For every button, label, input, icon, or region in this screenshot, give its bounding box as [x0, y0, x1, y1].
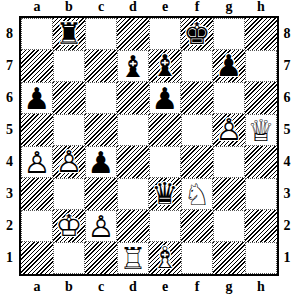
square-c6[interactable] [85, 82, 117, 114]
file-labels-top: abcdefgh [21, 0, 277, 15]
piece-glyph: ♕ [246, 115, 276, 145]
square-h2[interactable] [245, 210, 277, 242]
file-label-bottom-b: b [53, 277, 85, 295]
file-label-bottom-h: h [245, 277, 277, 295]
square-a2[interactable] [21, 210, 53, 242]
rank-label-left-1: 1 [0, 242, 19, 274]
file-label-bottom-e: e [149, 277, 181, 295]
square-b5[interactable] [53, 114, 85, 146]
piece-glyph: ♗ [149, 242, 181, 274]
square-a4[interactable]: ♟♙ [21, 146, 53, 178]
square-g3[interactable] [213, 178, 245, 210]
square-e3[interactable]: ♛♛ [149, 178, 181, 210]
piece-glyph: ♚ [181, 18, 213, 50]
square-e4[interactable] [149, 146, 181, 178]
file-label-bottom-f: f [181, 277, 213, 295]
piece-glyph: ♝ [149, 50, 181, 82]
square-d4[interactable] [117, 146, 149, 178]
piece-glyph: ♛ [149, 178, 181, 210]
square-f7[interactable] [181, 50, 213, 82]
square-a5[interactable] [21, 114, 53, 146]
file-label-top-a: a [21, 0, 53, 16]
file-labels-bottom: abcdefgh [21, 277, 277, 295]
rank-label-left-5: 5 [0, 114, 19, 146]
square-f3[interactable]: ♞♘ [181, 178, 213, 210]
black-pawn-a6[interactable]: ♟♟ [22, 83, 52, 113]
square-e2[interactable] [149, 210, 181, 242]
square-h7[interactable] [245, 50, 277, 82]
piece-glyph: ♟ [213, 50, 245, 82]
square-g4[interactable] [213, 146, 245, 178]
rank-label-left-6: 6 [0, 82, 19, 114]
piece-glyph: ♙ [53, 146, 85, 178]
square-g8[interactable] [213, 18, 245, 50]
black-bishop-d7[interactable]: ♝♝ [118, 51, 148, 81]
square-a7[interactable] [21, 50, 53, 82]
square-f6[interactable] [181, 82, 213, 114]
file-label-top-c: c [85, 0, 117, 16]
rank-label-left-7: 7 [0, 50, 19, 82]
file-label-top-f: f [181, 0, 213, 16]
black-bishop-e7[interactable]: ♝♝ [149, 50, 181, 82]
square-f2[interactable] [181, 210, 213, 242]
rank-label-left-2: 2 [0, 210, 19, 242]
piece-glyph: ♘ [182, 179, 212, 209]
square-g6[interactable] [213, 82, 245, 114]
square-b2[interactable]: ♚♔ [53, 210, 85, 242]
black-king-f8[interactable]: ♚♚ [181, 18, 213, 50]
file-label-top-e: e [149, 0, 181, 16]
square-b6[interactable] [53, 82, 85, 114]
rank-label-right-8: 8 [279, 18, 295, 50]
rank-label-right-2: 2 [279, 210, 295, 242]
square-e6[interactable]: ♟♟ [149, 82, 181, 114]
square-h4[interactable] [245, 146, 277, 178]
square-f8[interactable]: ♚♚ [181, 18, 213, 50]
piece-glyph: ♔ [53, 210, 85, 242]
file-label-bottom-a: a [21, 277, 53, 295]
square-e5[interactable] [149, 114, 181, 146]
square-d3[interactable] [117, 178, 149, 210]
square-g2[interactable] [213, 210, 245, 242]
piece-glyph: ♟ [150, 83, 180, 113]
white-bishop-e1[interactable]: ♝♗ [149, 242, 181, 274]
file-label-bottom-c: c [85, 277, 117, 295]
square-d2[interactable] [117, 210, 149, 242]
black-queen-e3[interactable]: ♛♛ [149, 178, 181, 210]
black-rook-b8[interactable]: ♜♜ [53, 18, 85, 50]
square-c8[interactable] [85, 18, 117, 50]
square-f1[interactable] [181, 242, 213, 274]
file-label-top-b: b [53, 0, 85, 16]
square-b4[interactable]: ♟♙ [53, 146, 85, 178]
square-d1[interactable]: ♜♖ [117, 242, 149, 274]
square-c1[interactable] [85, 242, 117, 274]
white-queen-h5[interactable]: ♛♕ [246, 115, 276, 145]
square-d5[interactable] [117, 114, 149, 146]
square-h1[interactable] [245, 242, 277, 274]
white-rook-d1[interactable]: ♜♖ [118, 243, 148, 273]
square-c2[interactable]: ♟♙ [85, 210, 117, 242]
square-b7[interactable] [53, 50, 85, 82]
file-label-top-d: d [117, 0, 149, 16]
square-h8[interactable] [245, 18, 277, 50]
rank-label-right-1: 1 [279, 242, 295, 274]
piece-glyph: ♖ [118, 243, 148, 273]
piece-glyph: ♜ [53, 18, 85, 50]
square-c4[interactable]: ♟♟ [85, 146, 117, 178]
square-a6[interactable]: ♟♟ [21, 82, 53, 114]
square-g7[interactable]: ♟♟ [213, 50, 245, 82]
square-h5[interactable]: ♛♕ [245, 114, 277, 146]
rank-label-left-3: 3 [0, 178, 19, 210]
square-f4[interactable] [181, 146, 213, 178]
white-pawn-g5[interactable]: ♟♙ [213, 114, 245, 146]
black-pawn-e6[interactable]: ♟♟ [150, 83, 180, 113]
square-d8[interactable] [117, 18, 149, 50]
rank-labels-right: 87654321 [279, 18, 295, 274]
rank-label-right-6: 6 [279, 82, 295, 114]
rank-label-right-7: 7 [279, 50, 295, 82]
rank-labels-left: 87654321 [0, 18, 19, 274]
square-b1[interactable] [53, 242, 85, 274]
square-g1[interactable] [213, 242, 245, 274]
white-pawn-a4[interactable]: ♟♙ [22, 147, 52, 177]
file-label-bottom-d: d [117, 277, 149, 295]
rank-label-right-4: 4 [279, 146, 295, 178]
square-a8[interactable] [21, 18, 53, 50]
square-f5[interactable] [181, 114, 213, 146]
square-c3[interactable] [85, 178, 117, 210]
square-e1[interactable]: ♝♗ [149, 242, 181, 274]
chess-board: ♜♜♚♚♝♝♝♝♟♟♟♟♟♟♟♙♛♕♟♙♟♙♟♟♛♛♞♘♚♔♟♙♜♖♝♗ [19, 16, 279, 276]
rank-label-right-5: 5 [279, 114, 295, 146]
square-a1[interactable] [21, 242, 53, 274]
square-e7[interactable]: ♝♝ [149, 50, 181, 82]
square-g5[interactable]: ♟♙ [213, 114, 245, 146]
white-pawn-b4[interactable]: ♟♙ [53, 146, 85, 178]
piece-glyph: ♟ [22, 83, 52, 113]
square-c5[interactable] [85, 114, 117, 146]
white-king-b2[interactable]: ♚♔ [53, 210, 85, 242]
square-d6[interactable] [117, 82, 149, 114]
piece-glyph: ♙ [22, 147, 52, 177]
piece-glyph: ♝ [118, 51, 148, 81]
chess-diagram: abcdefgh 87654321 ♜♜♚♚♝♝♝♝♟♟♟♟♟♟♟♙♛♕♟♙♟♙… [0, 0, 295, 295]
square-c7[interactable] [85, 50, 117, 82]
piece-glyph: ♙ [213, 114, 245, 146]
white-pawn-c2[interactable]: ♟♙ [86, 211, 116, 241]
file-label-top-h: h [245, 0, 277, 16]
piece-glyph: ♟ [86, 147, 116, 177]
black-pawn-g7[interactable]: ♟♟ [213, 50, 245, 82]
square-b8[interactable]: ♜♜ [53, 18, 85, 50]
piece-glyph: ♙ [86, 211, 116, 241]
file-label-top-g: g [213, 0, 245, 16]
rank-label-left-8: 8 [0, 18, 19, 50]
white-knight-f3[interactable]: ♞♘ [182, 179, 212, 209]
rank-label-left-4: 4 [0, 146, 19, 178]
square-h6[interactable] [245, 82, 277, 114]
square-e8[interactable] [149, 18, 181, 50]
square-h3[interactable] [245, 178, 277, 210]
rank-label-right-3: 3 [279, 178, 295, 210]
black-pawn-c4[interactable]: ♟♟ [86, 147, 116, 177]
square-d7[interactable]: ♝♝ [117, 50, 149, 82]
square-b3[interactable] [53, 178, 85, 210]
square-a3[interactable] [21, 178, 53, 210]
file-label-bottom-g: g [213, 277, 245, 295]
